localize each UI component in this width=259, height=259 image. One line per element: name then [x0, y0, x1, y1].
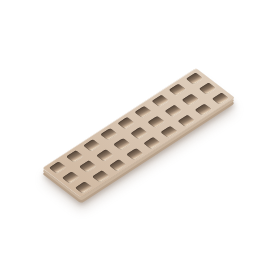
pit[interactable] — [143, 137, 160, 149]
pit-grid — [42, 68, 235, 198]
pit[interactable] — [160, 126, 177, 138]
product-photo-canvas — [0, 0, 259, 259]
pit[interactable] — [109, 159, 126, 171]
board-top-face — [42, 68, 235, 198]
pit[interactable] — [177, 115, 194, 127]
pit[interactable] — [211, 93, 228, 105]
pit[interactable] — [126, 148, 143, 160]
pit[interactable] — [194, 104, 211, 116]
pit[interactable] — [75, 181, 92, 193]
board — [42, 68, 235, 198]
pit[interactable] — [92, 170, 109, 182]
